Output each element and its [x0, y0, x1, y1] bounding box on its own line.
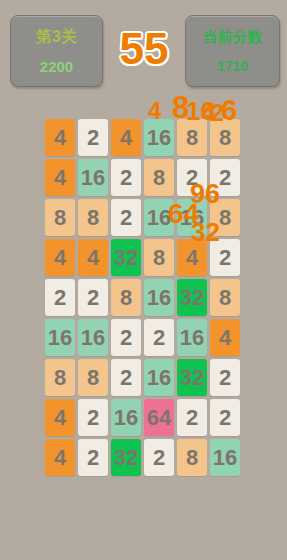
tile-r6c6[interactable]: 4	[210, 319, 240, 356]
tile-r3c6[interactable]: 8	[210, 199, 240, 236]
tile-r3c3[interactable]: 2	[111, 199, 141, 236]
tile-r7c3[interactable]: 2	[111, 359, 141, 396]
tile-r5c4[interactable]: 16	[144, 279, 174, 316]
tile-r5c5[interactable]: 32	[177, 279, 207, 316]
tile-r9c4[interactable]: 2	[144, 439, 174, 476]
tile-r2c4[interactable]: 8	[144, 159, 174, 196]
level-panel: 第3关 2200	[10, 15, 103, 87]
tile-r4c1[interactable]: 4	[45, 239, 75, 276]
tile-r1c2[interactable]: 2	[78, 119, 108, 156]
tile-r6c3[interactable]: 2	[111, 319, 141, 356]
tile-r8c4[interactable]: 64	[144, 399, 174, 436]
tile-r1c1[interactable]: 4	[45, 119, 75, 156]
tile-r3c1[interactable]: 8	[45, 199, 75, 236]
tile-r5c3[interactable]: 8	[111, 279, 141, 316]
tile-r1c5[interactable]: 8	[177, 119, 207, 156]
tile-r6c5[interactable]: 16	[177, 319, 207, 356]
tile-r8c3[interactable]: 16	[111, 399, 141, 436]
tile-r8c1[interactable]: 4	[45, 399, 75, 436]
countdown-timer: 55	[108, 24, 180, 74]
tile-r5c2[interactable]: 2	[78, 279, 108, 316]
current-score: 1710	[217, 58, 248, 74]
tile-r3c2[interactable]: 8	[78, 199, 108, 236]
tile-r7c2[interactable]: 8	[78, 359, 108, 396]
tile-r9c1[interactable]: 4	[45, 439, 75, 476]
tile-r4c2[interactable]: 4	[78, 239, 108, 276]
tile-r9c5[interactable]: 8	[177, 439, 207, 476]
tile-r2c1[interactable]: 4	[45, 159, 75, 196]
tile-r4c5[interactable]: 4	[177, 239, 207, 276]
level-target-score: 2200	[40, 58, 73, 75]
level-label: 第3关	[36, 27, 77, 48]
tile-r2c2[interactable]: 16	[78, 159, 108, 196]
tile-r6c2[interactable]: 16	[78, 319, 108, 356]
tile-r6c4[interactable]: 2	[144, 319, 174, 356]
tile-r5c6[interactable]: 8	[210, 279, 240, 316]
tile-r3c4[interactable]: 16	[144, 199, 174, 236]
tile-r7c1[interactable]: 8	[45, 359, 75, 396]
tile-r8c6[interactable]: 2	[210, 399, 240, 436]
tile-r1c6[interactable]: 8	[210, 119, 240, 156]
tile-r7c6[interactable]: 2	[210, 359, 240, 396]
tile-r6c1[interactable]: 16	[45, 319, 75, 356]
tile-r1c3[interactable]: 4	[111, 119, 141, 156]
tile-r8c5[interactable]: 2	[177, 399, 207, 436]
tile-r7c4[interactable]: 16	[144, 359, 174, 396]
tile-r4c4[interactable]: 8	[144, 239, 174, 276]
score-panel: 当前分数 1710	[185, 15, 280, 87]
tile-r3c5[interactable]: 16	[177, 199, 207, 236]
tile-r1c4[interactable]: 16	[144, 119, 174, 156]
score-label: 当前分数	[203, 28, 263, 47]
tile-r4c3[interactable]: 32	[111, 239, 141, 276]
tile-r2c5[interactable]: 2	[177, 159, 207, 196]
tile-r9c3[interactable]: 32	[111, 439, 141, 476]
tile-r5c1[interactable]: 2	[45, 279, 75, 316]
tile-r2c6[interactable]: 2	[210, 159, 240, 196]
tile-r9c2[interactable]: 2	[78, 439, 108, 476]
tile-r2c3[interactable]: 2	[111, 159, 141, 196]
tile-r4c6[interactable]: 2	[210, 239, 240, 276]
tile-r8c2[interactable]: 2	[78, 399, 108, 436]
tile-r9c6[interactable]: 16	[210, 439, 240, 476]
game-board: 4241688416282288216168443284222816328161…	[45, 119, 240, 476]
tile-r7c5[interactable]: 32	[177, 359, 207, 396]
